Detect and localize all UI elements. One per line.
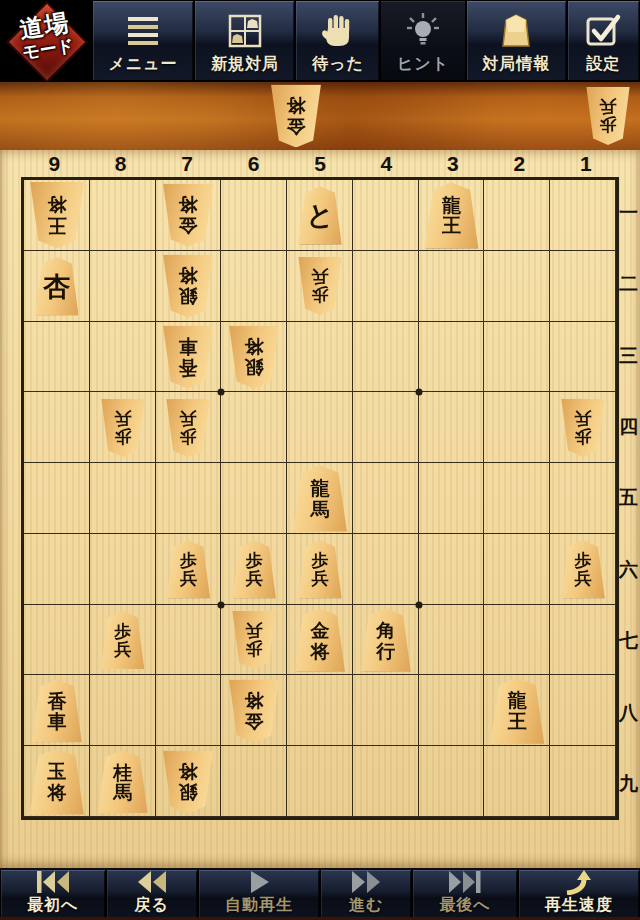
- cell-1-8[interactable]: [550, 675, 616, 746]
- fast-forward-icon: [347, 871, 385, 895]
- file-label-2: 2: [486, 151, 552, 177]
- cell-3-4[interactable]: [419, 392, 485, 463]
- rank-label-4: 四: [618, 391, 639, 462]
- cell-8-3[interactable]: [90, 322, 156, 393]
- file-label-3: 3: [420, 151, 486, 177]
- cell-8-6[interactable]: [90, 534, 156, 605]
- file-label-7: 7: [154, 151, 220, 177]
- to-start-label: 最初へ: [27, 895, 78, 919]
- cell-8-5[interactable]: [90, 463, 156, 534]
- cell-5-9[interactable]: [287, 746, 353, 817]
- undo-label: 待った: [312, 54, 364, 80]
- cell-4-3[interactable]: [353, 322, 419, 393]
- hint-button[interactable]: ヒント: [381, 1, 464, 80]
- forward-label: 進む: [349, 895, 383, 919]
- cell-4-1[interactable]: [353, 180, 419, 251]
- rank-label-5: 五: [618, 463, 639, 534]
- file-label-5: 5: [287, 151, 353, 177]
- cell-2-4[interactable]: [484, 392, 550, 463]
- cell-5-4[interactable]: [287, 392, 353, 463]
- cell-5-8[interactable]: [287, 675, 353, 746]
- cell-1-1[interactable]: [550, 180, 616, 251]
- cell-3-3[interactable]: [419, 322, 485, 393]
- file-label-8: 8: [87, 151, 153, 177]
- cell-2-6[interactable]: [484, 534, 550, 605]
- file-labels: 987654321: [21, 151, 619, 177]
- star-point: [415, 389, 422, 396]
- file-label-4: 4: [353, 151, 419, 177]
- cell-5-3[interactable]: [287, 322, 353, 393]
- cell-1-9[interactable]: [550, 746, 616, 817]
- settings-label: 設定: [586, 54, 620, 80]
- cell-6-2[interactable]: [221, 251, 287, 322]
- cell-9-7[interactable]: [24, 605, 90, 676]
- rank-label-9: 九: [618, 749, 639, 820]
- cell-3-2[interactable]: [419, 251, 485, 322]
- skip-back-icon: [33, 871, 73, 895]
- new-game-label: 新規対局: [211, 54, 279, 80]
- to-end-label: 最後へ: [439, 895, 490, 919]
- cell-7-5[interactable]: [156, 463, 222, 534]
- forward-button[interactable]: 進む: [321, 870, 411, 917]
- cell-2-9[interactable]: [484, 746, 550, 817]
- cell-1-5[interactable]: [550, 463, 616, 534]
- file-label-1: 1: [553, 151, 619, 177]
- curved-arrow-icon: [562, 871, 596, 895]
- cell-9-4[interactable]: [24, 392, 90, 463]
- gote-pawn-in-hand[interactable]: 歩兵: [586, 87, 631, 145]
- cell-3-8[interactable]: [419, 675, 485, 746]
- rank-labels: 一二三四五六七八九: [618, 177, 639, 820]
- shogi-board: 王将金将と龍王杏銀将歩兵香車銀将歩兵歩兵歩兵龍馬歩兵歩兵歩兵歩兵歩兵歩兵金将角行…: [21, 177, 619, 820]
- rewind-icon: [133, 871, 171, 895]
- cell-1-7[interactable]: [550, 605, 616, 676]
- cell-3-5[interactable]: [419, 463, 485, 534]
- play-icon: [244, 871, 274, 895]
- rank-label-2: 二: [618, 248, 639, 319]
- shogi-app: 道場 モード メニュー: [0, 0, 640, 920]
- cell-6-9[interactable]: [221, 746, 287, 817]
- hamburger-icon: [124, 8, 162, 54]
- gote-gold-in-hand[interactable]: 金将: [270, 85, 322, 148]
- cell-9-6[interactable]: [24, 534, 90, 605]
- to-end-button[interactable]: 最後へ: [413, 870, 517, 917]
- cell-6-4[interactable]: [221, 392, 287, 463]
- auto-play-button[interactable]: 自動再生: [199, 870, 319, 917]
- cell-2-7[interactable]: [484, 605, 550, 676]
- cell-8-2[interactable]: [90, 251, 156, 322]
- cell-2-1[interactable]: [484, 180, 550, 251]
- menu-label: メニュー: [109, 54, 178, 80]
- file-label-9: 9: [21, 151, 87, 177]
- game-info-label: 対局情報: [482, 54, 550, 80]
- speed-button[interactable]: 再生速度: [519, 870, 639, 917]
- cell-7-8[interactable]: [156, 675, 222, 746]
- cell-4-2[interactable]: [353, 251, 419, 322]
- cell-3-6[interactable]: [419, 534, 485, 605]
- settings-button[interactable]: 設定: [568, 1, 639, 80]
- undo-button[interactable]: 待った: [296, 1, 379, 80]
- rank-label-3: 三: [618, 320, 639, 391]
- cell-4-6[interactable]: [353, 534, 419, 605]
- cell-8-1[interactable]: [90, 180, 156, 251]
- cell-4-5[interactable]: [353, 463, 419, 534]
- board-panel: 987654321 一二三四五六七八九 王将金将と龍王杏銀将歩兵香車銀将歩兵歩兵…: [0, 150, 640, 868]
- speed-label: 再生速度: [545, 895, 613, 919]
- rank-label-1: 一: [618, 177, 639, 248]
- menu-button[interactable]: メニュー: [93, 1, 193, 80]
- cell-4-4[interactable]: [353, 392, 419, 463]
- toolbar: 道場 モード メニュー: [0, 0, 640, 82]
- cell-3-7[interactable]: [419, 605, 485, 676]
- rank-label-6: 六: [618, 534, 639, 605]
- cell-6-5[interactable]: [221, 463, 287, 534]
- playback-bar: 最初へ 戻る 自動再生: [0, 868, 640, 920]
- cell-8-8[interactable]: [90, 675, 156, 746]
- cell-6-1[interactable]: [221, 180, 287, 251]
- cell-3-9[interactable]: [419, 746, 485, 817]
- star-point: [218, 601, 225, 608]
- cell-2-3[interactable]: [484, 322, 550, 393]
- board-window-icon: [226, 8, 264, 54]
- cell-9-5[interactable]: [24, 463, 90, 534]
- rank-label-8: 八: [618, 677, 639, 748]
- hint-label: ヒント: [397, 54, 449, 80]
- gote-hand-tray: 金将歩兵: [0, 82, 640, 151]
- skip-forward-icon: [445, 871, 485, 895]
- file-label-6: 6: [220, 151, 286, 177]
- star-point: [218, 389, 225, 396]
- cell-4-9[interactable]: [353, 746, 419, 817]
- cell-1-3[interactable]: [550, 322, 616, 393]
- star-point: [415, 601, 422, 608]
- dojo-mode-badge: 道場 モード: [0, 0, 92, 82]
- badge-text: 道場 モード: [0, 5, 95, 66]
- lightbulb-icon: [403, 8, 443, 54]
- rank-label-7: 七: [618, 606, 639, 677]
- to-start-button[interactable]: 最初へ: [1, 870, 105, 917]
- shogi-piece-icon: [497, 8, 535, 54]
- hand-icon: [319, 8, 357, 54]
- cell-4-8[interactable]: [353, 675, 419, 746]
- new-game-button[interactable]: 新規対局: [195, 1, 294, 80]
- cell-9-3[interactable]: [24, 322, 90, 393]
- game-info-button[interactable]: 対局情報: [467, 1, 566, 80]
- cell-2-5[interactable]: [484, 463, 550, 534]
- checkbox-icon: [583, 8, 623, 54]
- back-button[interactable]: 戻る: [107, 870, 197, 917]
- auto-play-label: 自動再生: [225, 895, 293, 919]
- cell-2-2[interactable]: [484, 251, 550, 322]
- back-label: 戻る: [134, 895, 168, 919]
- cell-1-2[interactable]: [550, 251, 616, 322]
- cell-7-7[interactable]: [156, 605, 222, 676]
